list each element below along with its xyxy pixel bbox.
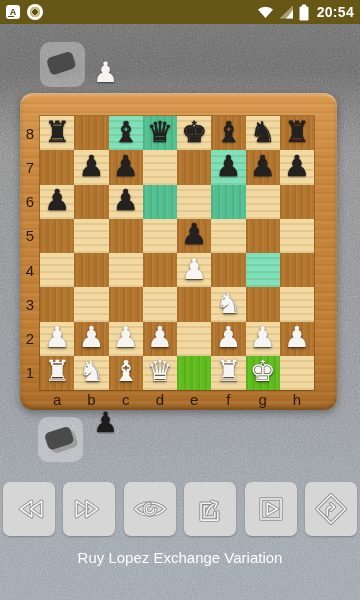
- board-square[interactable]: [40, 150, 74, 184]
- rank-label: 8: [20, 116, 40, 150]
- board-square[interactable]: [280, 253, 314, 287]
- cell-signal-icon: [279, 5, 294, 19]
- piece-black-rook: ♜: [284, 118, 310, 147]
- piece-black-pawn: ♟: [284, 152, 310, 181]
- board-square[interactable]: [177, 150, 211, 184]
- toolbar: [0, 482, 360, 536]
- board-square[interactable]: [177, 356, 211, 390]
- rank-label: 6: [20, 185, 40, 219]
- board-square[interactable]: [177, 287, 211, 321]
- piece-black-bishop: ♝: [113, 118, 139, 147]
- rank-label: 2: [20, 322, 40, 356]
- chess-board: 87654321 abcdefgh ♜♝♛♚♝♞♜♟♟♟♟♟♟♟♟♟♞♟♟♟♟♟…: [20, 93, 337, 410]
- board-square[interactable]: ♟: [280, 322, 314, 356]
- board-square[interactable]: ♜: [40, 356, 74, 390]
- opening-book-button-top[interactable]: [40, 42, 85, 87]
- status-bar: A 20:54: [0, 0, 360, 24]
- piece-white-king: ♚: [250, 357, 276, 386]
- share-button[interactable]: [184, 482, 236, 536]
- board-square[interactable]: ♜: [280, 116, 314, 150]
- board-square[interactable]: ♟: [246, 322, 280, 356]
- board-square[interactable]: ♞: [74, 356, 108, 390]
- piece-black-pawn: ♟: [250, 152, 276, 181]
- board-square[interactable]: [211, 185, 245, 219]
- white-pawn-marker: ♟: [93, 56, 118, 90]
- rank-label: 7: [20, 150, 40, 184]
- board-square[interactable]: ♞: [246, 116, 280, 150]
- board-square[interactable]: ♟: [40, 185, 74, 219]
- board-square[interactable]: [280, 219, 314, 253]
- board-square[interactable]: ♞: [211, 287, 245, 321]
- black-pawn-marker: ♟: [93, 406, 118, 440]
- piece-white-rook: ♜: [215, 357, 241, 386]
- show-hint-button[interactable]: [124, 482, 176, 536]
- piece-black-queen: ♛: [147, 118, 173, 147]
- share-icon: [191, 490, 229, 528]
- book-icon: [41, 420, 81, 460]
- fast-forward-button[interactable]: [63, 482, 115, 536]
- board-square[interactable]: [40, 253, 74, 287]
- board-square[interactable]: ♜: [211, 356, 245, 390]
- board-square[interactable]: [40, 287, 74, 321]
- piece-black-bishop: ♝: [215, 118, 241, 147]
- board-square[interactable]: [280, 287, 314, 321]
- piece-white-bishop: ♝: [113, 357, 139, 386]
- board-square[interactable]: ♝: [211, 116, 245, 150]
- rank-labels: 87654321: [20, 116, 40, 390]
- board-square[interactable]: [143, 253, 177, 287]
- board-square[interactable]: ♝: [109, 116, 143, 150]
- board-square[interactable]: [177, 322, 211, 356]
- board-squares: ♜♝♛♚♝♞♜♟♟♟♟♟♟♟♟♟♞♟♟♟♟♟♟♟♜♞♝♛♜♚: [40, 116, 314, 390]
- piece-white-pawn: ♟: [215, 323, 241, 352]
- opening-name-label: Ruy Lopez Exchange Variation: [0, 549, 360, 566]
- board-square[interactable]: ♟: [246, 150, 280, 184]
- board-square[interactable]: [109, 253, 143, 287]
- board-square[interactable]: ♟: [109, 322, 143, 356]
- board-square[interactable]: ♚: [177, 116, 211, 150]
- piece-white-pawn: ♟: [78, 323, 104, 352]
- piece-white-rook: ♜: [44, 357, 70, 386]
- piece-black-pawn: ♟: [215, 152, 241, 181]
- board-square[interactable]: ♛: [143, 356, 177, 390]
- board-square[interactable]: ♟: [40, 322, 74, 356]
- rewind-button[interactable]: [3, 482, 55, 536]
- board-square[interactable]: [74, 219, 108, 253]
- rank-label: 4: [20, 253, 40, 287]
- eye-icon: [131, 490, 169, 528]
- file-labels: abcdefgh: [40, 389, 314, 410]
- piece-white-knight: ♞: [215, 289, 241, 318]
- board-square[interactable]: [143, 287, 177, 321]
- board-square[interactable]: [109, 287, 143, 321]
- file-label: g: [246, 389, 280, 410]
- play-button[interactable]: [245, 482, 297, 536]
- piece-black-pawn: ♟: [78, 152, 104, 181]
- board-square[interactable]: ♚: [246, 356, 280, 390]
- board-square[interactable]: [246, 185, 280, 219]
- board-square[interactable]: ♛: [143, 116, 177, 150]
- rank-label: 5: [20, 219, 40, 253]
- board-square[interactable]: [211, 219, 245, 253]
- piece-white-pawn: ♟: [44, 323, 70, 352]
- board-square[interactable]: [280, 356, 314, 390]
- wifi-icon: [256, 5, 275, 19]
- board-square[interactable]: [74, 116, 108, 150]
- board-square[interactable]: ♟: [177, 253, 211, 287]
- board-square[interactable]: ♟: [211, 322, 245, 356]
- piece-white-pawn: ♟: [284, 323, 310, 352]
- piece-white-knight: ♞: [78, 357, 104, 386]
- board-square[interactable]: ♝: [109, 356, 143, 390]
- rewind-icon: [10, 490, 48, 528]
- board-square[interactable]: [109, 219, 143, 253]
- piece-black-rook: ♜: [44, 118, 70, 147]
- rank-label: 1: [20, 356, 40, 390]
- piece-black-pawn: ♟: [113, 152, 139, 181]
- piece-black-pawn: ♟: [113, 186, 139, 215]
- piece-white-queen: ♛: [147, 357, 173, 386]
- board-square[interactable]: [177, 185, 211, 219]
- board-square[interactable]: [74, 253, 108, 287]
- board-square[interactable]: [143, 150, 177, 184]
- piece-black-knight: ♞: [250, 118, 276, 147]
- piece-white-pawn: ♟: [147, 323, 173, 352]
- piece-white-pawn: ♟: [250, 323, 276, 352]
- board-square[interactable]: [143, 185, 177, 219]
- file-label: h: [280, 389, 314, 410]
- variation-button[interactable]: [305, 482, 357, 536]
- piece-black-king: ♚: [181, 118, 207, 147]
- board-square[interactable]: [280, 185, 314, 219]
- letter-a-glyph: A: [10, 7, 17, 17]
- piece-white-pawn: ♟: [181, 255, 207, 284]
- fast-forward-icon: [70, 490, 108, 528]
- board-square[interactable]: ♟: [109, 150, 143, 184]
- file-label: f: [211, 389, 245, 410]
- board-square[interactable]: [40, 219, 74, 253]
- board-square[interactable]: [246, 219, 280, 253]
- board-square[interactable]: ♜: [40, 116, 74, 150]
- turn-right-sign-icon: [312, 490, 350, 528]
- board-square[interactable]: [143, 219, 177, 253]
- file-label: d: [143, 389, 177, 410]
- piece-white-pawn: ♟: [113, 323, 139, 352]
- board-square[interactable]: [211, 253, 245, 287]
- board-square[interactable]: ♟: [280, 150, 314, 184]
- opening-book-button-bottom[interactable]: [38, 417, 83, 462]
- book-icon: [43, 45, 83, 85]
- rank-label: 3: [20, 287, 40, 321]
- board-square[interactable]: ♟: [74, 322, 108, 356]
- board-square[interactable]: ♟: [177, 219, 211, 253]
- record-circle-icon: [27, 4, 43, 20]
- piece-black-pawn: ♟: [181, 220, 207, 249]
- board-square[interactable]: ♟: [74, 150, 108, 184]
- board-square[interactable]: [74, 287, 108, 321]
- board-square[interactable]: ♟: [143, 322, 177, 356]
- piece-black-pawn: ♟: [44, 186, 70, 215]
- board-square[interactable]: [246, 287, 280, 321]
- letter-a-icon: A: [6, 5, 20, 19]
- app-screen: A 20:54 ♟ 87654321: [0, 0, 360, 600]
- file-label: e: [177, 389, 211, 410]
- board-square[interactable]: ♟: [211, 150, 245, 184]
- clock-label: 20:54: [317, 4, 354, 20]
- file-label: a: [40, 389, 74, 410]
- battery-icon: [298, 4, 310, 21]
- play-box-icon: [252, 490, 290, 528]
- board-square[interactable]: ♟: [109, 185, 143, 219]
- board-square[interactable]: [246, 253, 280, 287]
- board-square[interactable]: [74, 185, 108, 219]
